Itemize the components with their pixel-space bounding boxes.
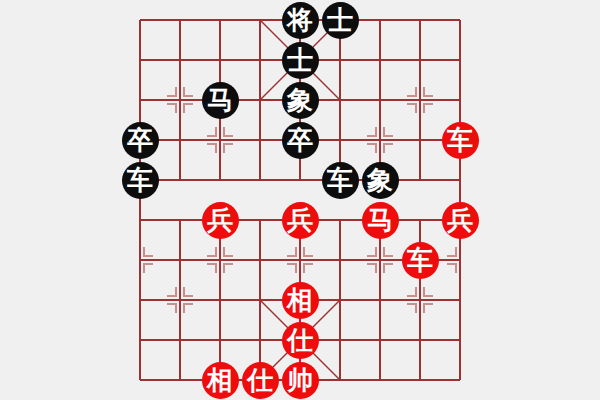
board-point: 车 <box>120 160 160 200</box>
board-point: 马 <box>200 80 240 120</box>
board-point: 象 <box>360 160 400 200</box>
board-point: 士 <box>320 0 360 40</box>
piece-red-advisor[interactable]: 仕 <box>242 362 279 399</box>
board-point: 士 <box>280 40 320 80</box>
piece-red-elephant[interactable]: 相 <box>202 362 239 399</box>
board-point: 车 <box>320 160 360 200</box>
board-point: 帅 <box>280 360 320 400</box>
board-point: 相 <box>280 280 320 320</box>
piece-black-elephant[interactable]: 象 <box>282 82 319 119</box>
piece-red-king[interactable]: 帅 <box>282 362 319 399</box>
piece-red-elephant[interactable]: 相 <box>282 282 319 319</box>
piece-red-advisor[interactable]: 仕 <box>282 322 319 359</box>
board-point: 卒 <box>120 120 160 160</box>
piece-black-horse[interactable]: 马 <box>202 82 239 119</box>
piece-black-pawn[interactable]: 卒 <box>282 122 319 159</box>
xiangqi-board: 将士士马象卒卒车车车象兵兵马兵车相仕相仕帅 <box>120 0 480 400</box>
piece-red-pawn[interactable]: 兵 <box>282 202 319 239</box>
piece-black-elephant[interactable]: 象 <box>362 162 399 199</box>
piece-black-general[interactable]: 将 <box>282 2 319 39</box>
board-point: 相 <box>200 360 240 400</box>
app-background: 将士士马象卒卒车车车象兵兵马兵车相仕相仕帅 <box>0 0 600 400</box>
board-point: 卒 <box>280 120 320 160</box>
board-point: 马 <box>360 200 400 240</box>
piece-red-chariot[interactable]: 车 <box>402 242 439 279</box>
piece-red-horse[interactable]: 马 <box>362 202 399 239</box>
board-point: 仕 <box>240 360 280 400</box>
piece-red-pawn[interactable]: 兵 <box>202 202 239 239</box>
board-point: 象 <box>280 80 320 120</box>
piece-black-advisor[interactable]: 士 <box>322 2 359 39</box>
piece-red-chariot[interactable]: 车 <box>442 122 479 159</box>
board-point: 车 <box>400 240 440 280</box>
piece-black-advisor[interactable]: 士 <box>282 42 319 79</box>
piece-black-pawn[interactable]: 卒 <box>122 122 159 159</box>
board-point: 仕 <box>280 320 320 360</box>
board-point: 兵 <box>280 200 320 240</box>
board-point: 兵 <box>200 200 240 240</box>
board-point: 将 <box>280 0 320 40</box>
piece-red-pawn[interactable]: 兵 <box>442 202 479 239</box>
board-point: 车 <box>440 120 480 160</box>
piece-black-chariot[interactable]: 车 <box>122 162 159 199</box>
piece-grid: 将士士马象卒卒车车车象兵兵马兵车相仕相仕帅 <box>120 0 480 400</box>
board-point: 兵 <box>440 200 480 240</box>
piece-black-chariot[interactable]: 车 <box>322 162 359 199</box>
